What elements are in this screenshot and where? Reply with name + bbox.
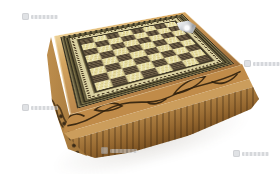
watermark <box>101 147 137 154</box>
watermark-logo-icon <box>233 150 240 157</box>
watermark <box>22 104 58 111</box>
watermark-text <box>110 149 137 153</box>
watermark-text <box>31 15 58 19</box>
clasp-glint <box>181 22 193 34</box>
watermark <box>244 60 280 67</box>
watermark <box>233 150 269 157</box>
watermark-text <box>31 106 58 110</box>
watermark-logo-icon <box>244 60 251 67</box>
watermark-logo-icon <box>101 147 108 154</box>
watermark-logo-icon <box>22 104 29 111</box>
watermark-text <box>253 62 280 66</box>
watermark <box>22 13 58 20</box>
watermark-logo-icon <box>22 13 29 20</box>
watermark-text <box>242 152 269 156</box>
product-photo-chess-box <box>0 0 280 174</box>
